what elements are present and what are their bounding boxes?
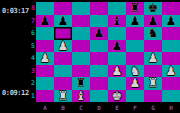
square-e8[interactable] [108, 2, 126, 15]
square-h1[interactable] [162, 90, 180, 103]
piece-black-pawn-g7: ♟ [148, 15, 159, 27]
file-label-a: A [36, 103, 54, 112]
rank-labels: 87654321 [28, 2, 36, 102]
rank-label-5: 5 [28, 40, 36, 53]
square-h5[interactable] [162, 40, 180, 53]
square-e5[interactable]: ♟ [108, 40, 126, 53]
square-f8[interactable]: ♜ [126, 2, 144, 15]
square-e1[interactable]: ♚ [108, 90, 126, 103]
white-clock: 0:09:12 [2, 90, 29, 97]
square-f2[interactable]: ♟ [126, 77, 144, 90]
square-c6[interactable] [72, 27, 90, 40]
file-label-d: D [90, 103, 108, 112]
square-g2[interactable]: ♜ [144, 77, 162, 90]
square-g3[interactable] [144, 65, 162, 78]
rank-label-2: 2 [28, 77, 36, 90]
square-h4[interactable] [162, 52, 180, 65]
rank-label-6: 6 [28, 27, 36, 40]
piece-white-rook-g2: ♜ [148, 77, 159, 89]
square-b1[interactable]: ♜ [54, 90, 72, 103]
piece-white-pawn-a4: ♟ [40, 52, 51, 64]
file-label-c: C [72, 103, 90, 112]
piece-black-rook-c2: ♜ [76, 77, 87, 89]
square-d4[interactable] [90, 52, 108, 65]
piece-black-pawn-b7: ♟ [58, 15, 69, 27]
square-f5[interactable] [126, 40, 144, 53]
square-d1[interactable] [90, 90, 108, 103]
square-a2[interactable] [36, 77, 54, 90]
file-label-f: F [126, 103, 144, 112]
piece-black-pawn-e5: ♟ [112, 40, 123, 52]
square-d2[interactable] [90, 77, 108, 90]
square-g1[interactable] [144, 90, 162, 103]
square-h3[interactable]: ♟ [162, 65, 180, 78]
file-label-g: G [144, 103, 162, 112]
square-c1[interactable]: ♝ [72, 90, 90, 103]
square-a1[interactable] [36, 90, 54, 103]
piece-black-rook-f8: ♜ [130, 2, 141, 14]
square-f3[interactable]: ♞ [126, 65, 144, 78]
square-g5[interactable] [144, 40, 162, 53]
square-f4[interactable] [126, 52, 144, 65]
square-f6[interactable] [126, 27, 144, 40]
piece-white-knight-f3: ♞ [130, 65, 141, 77]
square-e7[interactable]: ♝ [108, 15, 126, 28]
rank-label-7: 7 [28, 15, 36, 28]
square-f7[interactable]: ♟ [126, 15, 144, 28]
piece-white-pawn-b5: ♟ [58, 40, 69, 52]
square-e4[interactable] [108, 52, 126, 65]
piece-black-pawn-f7: ♟ [130, 15, 141, 27]
rank-label-4: 4 [28, 52, 36, 65]
square-c3[interactable] [72, 65, 90, 78]
square-b3[interactable] [54, 65, 72, 78]
square-a3[interactable] [36, 65, 54, 78]
rank-label-1: 1 [28, 90, 36, 103]
square-a8[interactable] [36, 2, 54, 15]
square-a5[interactable] [36, 40, 54, 53]
square-g6[interactable]: ♞ [144, 27, 162, 40]
square-d5[interactable] [90, 40, 108, 53]
square-a4[interactable]: ♟ [36, 52, 54, 65]
square-b7[interactable]: ♟ [54, 15, 72, 28]
piece-black-bishop-e7: ♝ [112, 15, 123, 27]
piece-white-pawn-e3: ♟ [112, 65, 123, 77]
chess-board: ♜♚♟♟♝♟♟♟♟♞♟♟♟♟♟♞♟♜♟♜♜♝♚ [36, 2, 180, 102]
square-h2[interactable] [162, 77, 180, 90]
square-b6-cursor[interactable] [54, 27, 72, 40]
square-h6[interactable] [162, 27, 180, 40]
square-a6[interactable] [36, 27, 54, 40]
square-d7[interactable] [90, 15, 108, 28]
square-b4[interactable] [54, 52, 72, 65]
square-h8[interactable] [162, 2, 180, 15]
chess-app-screen: 0:03:17 0:09:12 87654321 ♜♚♟♟♝♟♟♟♟♞♟♟♟♟♟… [0, 0, 180, 113]
square-g8[interactable]: ♚ [144, 2, 162, 15]
square-e3[interactable]: ♟ [108, 65, 126, 78]
square-c5[interactable] [72, 40, 90, 53]
piece-black-pawn-d6: ♟ [94, 27, 105, 39]
piece-white-pawn-g4: ♟ [148, 52, 159, 64]
square-b2[interactable] [54, 77, 72, 90]
piece-white-king-e1: ♚ [112, 90, 123, 102]
piece-black-pawn-h7: ♟ [166, 15, 177, 27]
square-f1[interactable] [126, 90, 144, 103]
file-labels: ABCDEFGH [36, 103, 180, 112]
square-e2[interactable] [108, 77, 126, 90]
square-c4[interactable] [72, 52, 90, 65]
piece-white-pawn-h3: ♟ [166, 65, 177, 77]
file-label-b: B [54, 103, 72, 112]
piece-white-pawn-f2: ♟ [130, 77, 141, 89]
black-clock: 0:03:17 [2, 8, 29, 15]
square-g4[interactable]: ♟ [144, 52, 162, 65]
piece-white-rook-b1: ♜ [58, 90, 69, 102]
square-e6[interactable] [108, 27, 126, 40]
file-label-h: H [162, 103, 180, 112]
square-c2[interactable]: ♜ [72, 77, 90, 90]
file-label-e: E [108, 103, 126, 112]
square-d3[interactable] [90, 65, 108, 78]
rank-label-8: 8 [28, 2, 36, 15]
square-d8[interactable] [90, 2, 108, 15]
square-a7[interactable]: ♟ [36, 15, 54, 28]
square-c7[interactable] [72, 15, 90, 28]
piece-black-knight-g6: ♞ [148, 27, 159, 39]
square-b8[interactable] [54, 2, 72, 15]
square-c8[interactable] [72, 2, 90, 15]
rank-label-3: 3 [28, 65, 36, 78]
square-d6[interactable]: ♟ [90, 27, 108, 40]
piece-white-bishop-c1: ♝ [76, 90, 87, 102]
square-g7[interactable]: ♟ [144, 15, 162, 28]
square-h7[interactable]: ♟ [162, 15, 180, 28]
square-b5[interactable]: ♟ [54, 40, 72, 53]
piece-black-king-g8: ♚ [148, 2, 159, 14]
piece-black-pawn-a7: ♟ [40, 15, 51, 27]
